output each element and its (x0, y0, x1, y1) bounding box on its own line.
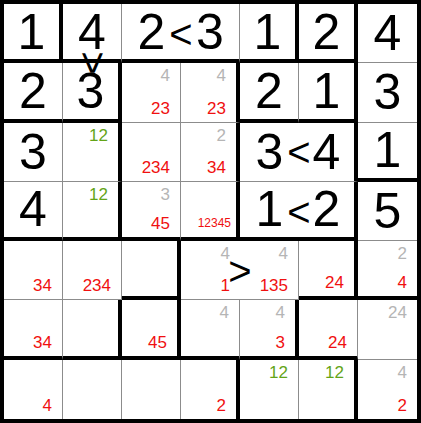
cell-r3c5[interactable]: 3 (240, 123, 299, 182)
solved-digit: 2 (240, 63, 298, 118)
solved-digit: 4 (358, 4, 417, 62)
solved-digit: 3 (63, 63, 118, 118)
cell-r2c6[interactable]: 1 (299, 63, 358, 122)
red-pencil-marks: 3 (276, 334, 285, 351)
solved-digit: 5 (358, 182, 417, 240)
solved-digit: 2 (122, 4, 181, 59)
solved-digit: 2 (299, 4, 354, 59)
cell-r2c2[interactable]: 3 (63, 63, 122, 122)
gray-pencil-marks: 2 (398, 245, 407, 262)
cell-r2c5[interactable]: 2 (240, 63, 299, 122)
cell-r1c7[interactable]: 4 (358, 4, 417, 63)
solved-digit: 1 (358, 123, 417, 178)
red-pencil-marks: 1 (221, 277, 230, 294)
cell-r1c6[interactable]: 2 (299, 4, 358, 63)
gray-pencil-marks: 24 (388, 304, 407, 321)
cell-r3c2[interactable]: 12 (63, 123, 122, 182)
cell-r1c5[interactable]: 1 (240, 4, 299, 63)
cell-r4c1[interactable]: 4 (4, 182, 63, 241)
solved-digit: 1 (299, 63, 354, 118)
cell-r7c7[interactable]: 42 (358, 360, 417, 419)
solved-digit: 1 (240, 4, 295, 59)
cell-r2c4[interactable]: 423 (181, 63, 240, 122)
gray-pencil-marks: 4 (398, 364, 407, 381)
solved-digit: 1 (4, 4, 59, 59)
cell-r6c7[interactable]: 24 (358, 300, 417, 359)
cell-r4c6[interactable]: 2 (299, 182, 358, 241)
red-pencil-marks: 45 (148, 334, 167, 351)
cell-r7c6[interactable]: 12 (299, 360, 358, 419)
red-pencil-marks: 45 (151, 215, 170, 232)
cell-r5c7[interactable]: 24 (358, 241, 417, 300)
red-pencil-marks: 2 (217, 397, 226, 414)
cell-r7c5[interactable]: 12 (240, 360, 299, 419)
red-pencil-marks: 24 (328, 334, 347, 351)
red-pencil-marks: 4 (43, 397, 52, 414)
gray-pencil-marks: 4 (220, 304, 229, 321)
solved-digit: 2 (4, 63, 62, 118)
solved-digit: 4 (4, 182, 62, 237)
cell-r4c5[interactable]: 1 (240, 182, 299, 241)
cell-r7c2[interactable] (63, 360, 122, 419)
green-pencil-marks: 12 (89, 186, 108, 203)
cell-r6c2[interactable] (63, 300, 122, 359)
green-pencil-marks: 12 (89, 127, 108, 144)
cell-r6c6[interactable]: 24 (299, 300, 358, 359)
gray-pencil-marks: 2 (217, 127, 226, 144)
solved-digit: 3 (181, 4, 239, 59)
red-pencil-marks: 135 (260, 277, 288, 294)
solved-digit: 3 (4, 123, 62, 181)
cell-r3c7[interactable]: 1 (358, 123, 417, 182)
cell-r5c1[interactable]: 34 (4, 241, 63, 300)
red-pencil-marks: 12345 (198, 217, 231, 229)
cell-r4c4[interactable]: 12345 (181, 182, 240, 241)
red-pencil-marks: 34 (33, 334, 52, 351)
cell-r4c7[interactable]: 5 (358, 182, 417, 241)
cell-r2c3[interactable]: 423 (122, 63, 181, 122)
cell-r2c7[interactable]: 3 (358, 63, 417, 122)
cell-r7c1[interactable]: 4 (4, 360, 63, 419)
cell-r2c1[interactable]: 2 (4, 63, 63, 122)
green-pencil-marks: 12 (269, 364, 288, 381)
cell-r4c2[interactable]: 12 (63, 182, 122, 241)
gray-pencil-marks: 4 (221, 245, 230, 262)
cell-r6c3[interactable]: 45 (122, 300, 181, 359)
red-pencil-marks: 4 (398, 274, 407, 291)
green-pencil-marks: 12 (325, 364, 344, 381)
cell-r1c3[interactable]: 2 (122, 4, 181, 63)
solved-digit: 2 (299, 182, 354, 237)
cell-r3c1[interactable]: 3 (4, 123, 63, 182)
cell-r4c3[interactable]: 345 (122, 182, 181, 241)
red-pencil-marks: 234 (142, 159, 170, 176)
cell-r3c6[interactable]: 4 (299, 123, 358, 182)
gray-pencil-marks: 3 (161, 186, 170, 203)
gray-pencil-marks: 4 (161, 67, 170, 84)
cell-r1c2[interactable]: 4 (63, 4, 122, 63)
solved-digit: 3 (358, 63, 417, 121)
gray-pencil-marks: 4 (279, 245, 288, 262)
cell-r3c3[interactable]: 234 (122, 123, 181, 182)
red-pencil-marks: 34 (207, 159, 226, 176)
cell-r6c5[interactable]: 43 (240, 300, 299, 359)
cell-r5c3[interactable] (122, 241, 181, 300)
solved-digit: 3 (240, 123, 299, 181)
red-pencil-marks: 23 (151, 100, 170, 117)
cell-r7c4[interactable]: 2 (181, 360, 240, 419)
solved-digit: 4 (299, 123, 354, 181)
cell-r1c4[interactable]: 3 (181, 4, 240, 63)
cell-r5c5[interactable]: 4135 (240, 241, 299, 300)
red-pencil-marks: 34 (33, 277, 52, 294)
gray-pencil-marks: 4 (276, 304, 285, 321)
cell-r5c6[interactable]: 24 (299, 241, 358, 300)
red-pencil-marks: 24 (325, 274, 344, 291)
puzzle-board: 1423124234234232133122342343414123451234… (0, 0, 421, 423)
cell-r6c1[interactable]: 34 (4, 300, 63, 359)
cell-r5c4[interactable]: 41 (181, 241, 240, 300)
solved-digit: 1 (240, 182, 299, 237)
gray-pencil-marks: 4 (217, 67, 226, 84)
cell-r1c1[interactable]: 1 (4, 4, 63, 63)
cell-r5c2[interactable]: 234 (63, 241, 122, 300)
cell-r3c4[interactable]: 234 (181, 123, 240, 182)
cell-r7c3[interactable] (122, 360, 181, 419)
red-pencil-marks: 23 (207, 100, 226, 117)
red-pencil-marks: 2 (398, 397, 407, 414)
cell-r6c4[interactable]: 4 (181, 300, 240, 359)
solved-digit: 4 (63, 4, 121, 59)
red-pencil-marks: 234 (83, 277, 111, 294)
